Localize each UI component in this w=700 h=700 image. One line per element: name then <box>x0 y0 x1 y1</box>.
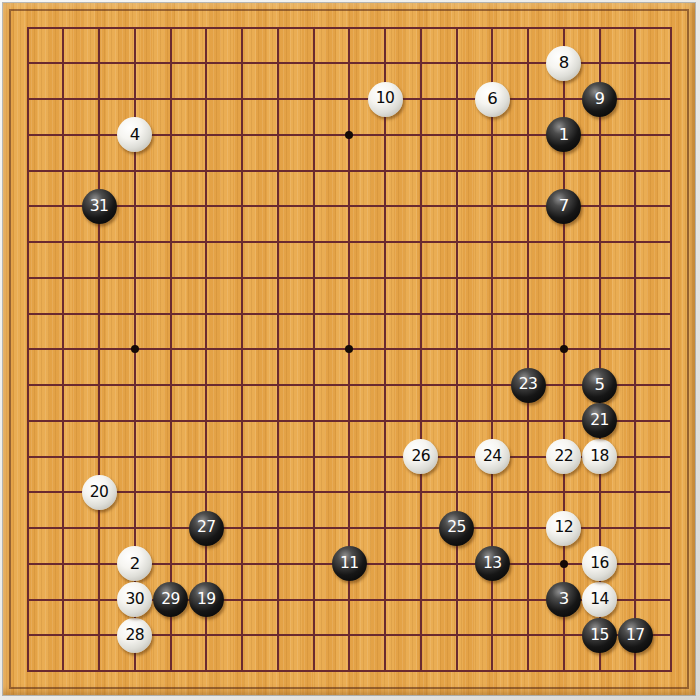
move-number-label: 25 <box>447 520 466 536</box>
star-point <box>560 345 568 353</box>
move-number-label: 14 <box>590 592 609 608</box>
move-number-label: 31 <box>90 199 109 215</box>
move-number-label: 18 <box>590 449 609 465</box>
grid-line-vertical <box>420 27 422 673</box>
stone-white-20: 20 <box>82 475 117 510</box>
move-number-label: 26 <box>411 449 430 465</box>
move-number-label: 15 <box>590 628 609 644</box>
stone-black-19: 19 <box>189 582 224 617</box>
stone-white-16: 16 <box>582 546 617 581</box>
grid-line-horizontal <box>27 420 673 422</box>
stone-white-22: 22 <box>546 439 581 474</box>
stone-white-24: 24 <box>475 439 510 474</box>
stone-black-1: 1 <box>546 117 581 152</box>
grid-line-horizontal <box>27 670 673 672</box>
go-diagram-page: 1234567891011121314151617181920212223242… <box>0 0 700 700</box>
grid-line-vertical <box>384 27 386 673</box>
stone-white-26: 26 <box>403 439 438 474</box>
stone-black-9: 9 <box>582 82 617 117</box>
move-number-label: 8 <box>559 55 569 72</box>
stone-black-15: 15 <box>582 618 617 653</box>
move-number-label: 4 <box>130 127 140 144</box>
grid-line-vertical <box>670 27 672 673</box>
stone-white-4: 4 <box>117 117 152 152</box>
go-board: 1234567891011121314151617181920212223242… <box>3 3 695 695</box>
move-number-label: 1 <box>559 127 569 144</box>
move-number-label: 30 <box>125 592 144 608</box>
move-number-label: 3 <box>559 591 569 608</box>
move-number-label: 6 <box>487 91 497 108</box>
move-number-label: 7 <box>559 198 569 215</box>
stone-black-3: 3 <box>546 582 581 617</box>
grid-line-vertical <box>634 27 636 673</box>
star-point <box>345 131 353 139</box>
stone-white-28: 28 <box>117 618 152 653</box>
stone-black-31: 31 <box>82 189 117 224</box>
stone-white-10: 10 <box>368 82 403 117</box>
stone-white-12: 12 <box>546 511 581 546</box>
stone-black-13: 13 <box>475 546 510 581</box>
grid-line-horizontal <box>27 491 673 493</box>
move-number-label: 21 <box>590 413 609 429</box>
move-number-label: 20 <box>90 485 109 501</box>
move-number-label: 16 <box>590 556 609 572</box>
stone-black-25: 25 <box>439 511 474 546</box>
move-number-label: 24 <box>483 449 502 465</box>
move-number-label: 19 <box>197 592 216 608</box>
star-point <box>345 345 353 353</box>
stone-white-18: 18 <box>582 439 617 474</box>
stone-black-11: 11 <box>332 546 367 581</box>
move-number-label: 13 <box>483 556 502 572</box>
stone-white-6: 6 <box>475 82 510 117</box>
stone-black-21: 21 <box>582 403 617 438</box>
star-point <box>131 345 139 353</box>
stone-black-17: 17 <box>618 618 653 653</box>
move-number-label: 22 <box>554 449 573 465</box>
grid-line-vertical <box>527 27 529 673</box>
move-number-label: 27 <box>197 520 216 536</box>
stone-black-23: 23 <box>511 368 546 403</box>
move-number-label: 2 <box>130 556 140 573</box>
grid-line-vertical <box>456 27 458 673</box>
move-number-label: 9 <box>595 91 605 108</box>
stone-white-2: 2 <box>117 546 152 581</box>
grid-line-horizontal <box>27 384 673 386</box>
move-number-label: 12 <box>554 520 573 536</box>
stone-black-27: 27 <box>189 511 224 546</box>
stone-black-7: 7 <box>546 189 581 224</box>
move-number-label: 17 <box>626 628 645 644</box>
move-number-label: 11 <box>340 556 359 572</box>
stone-white-30: 30 <box>117 582 152 617</box>
stone-white-14: 14 <box>582 582 617 617</box>
star-point <box>560 560 568 568</box>
move-number-label: 10 <box>376 91 395 107</box>
move-number-label: 28 <box>125 628 144 644</box>
stone-white-8: 8 <box>546 46 581 81</box>
move-number-label: 23 <box>519 377 538 393</box>
move-number-label: 5 <box>595 377 605 394</box>
stone-black-5: 5 <box>582 368 617 403</box>
stone-black-29: 29 <box>153 582 188 617</box>
move-number-label: 29 <box>161 592 180 608</box>
